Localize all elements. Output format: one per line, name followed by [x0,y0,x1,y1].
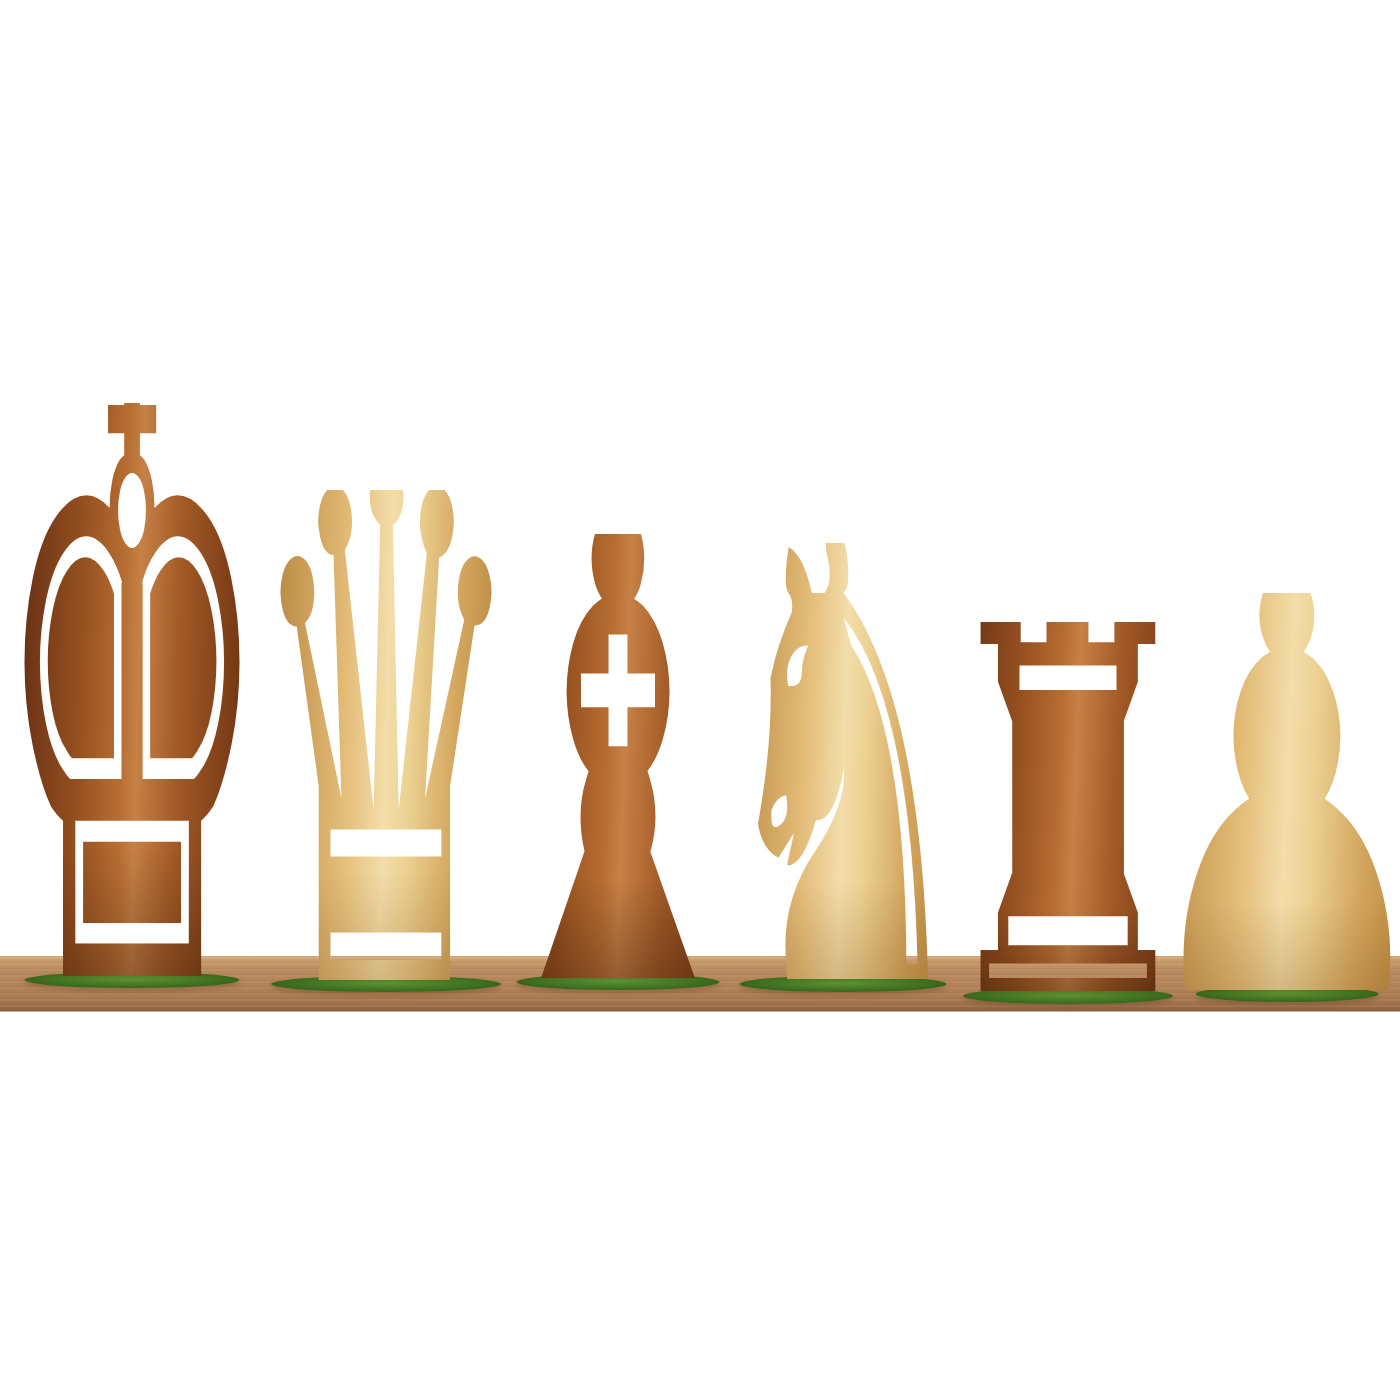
pawn-glyph: ♟ [1132,593,1400,990]
chess-pieces-product-photo: ♚ ♛ ♝ ♞ ♜ ♟ [0,0,1400,1400]
king-glyph: ♚ [0,403,270,976]
